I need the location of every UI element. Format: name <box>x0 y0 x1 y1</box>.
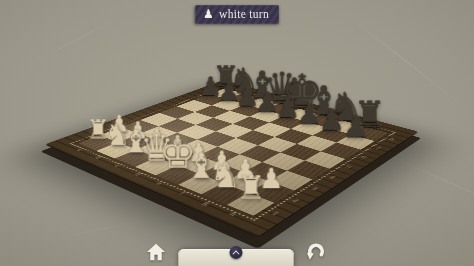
black-pawn-glyph: ♟ <box>318 105 344 135</box>
pieces-layer: ♜♞♝♛♚♝♞♜♟♟♟♟♟♟♟♟♟♟♟♟♟♟♟♟♜♞♝♛♚♝♞♜ <box>78 88 388 215</box>
home-icon <box>147 244 165 260</box>
chess-board-3d: abcdefgh 12345678 ♜♞♝♛♚♝♞♜♟♟♟♟♟♟♟♟♟♟♟♟♟♟… <box>46 80 418 236</box>
chevron-up-icon <box>232 250 239 257</box>
white-rook-glyph: ♜ <box>236 171 265 203</box>
undo-button[interactable] <box>304 240 328 263</box>
black-pawn-glyph: ♟ <box>342 111 369 141</box>
turn-label: white turn <box>219 8 269 20</box>
home-button[interactable] <box>146 243 166 261</box>
turn-indicator-badge: ♟ white turn <box>195 5 279 24</box>
bottom-drawer-tray <box>178 249 294 266</box>
board-3d-scene: abcdefgh 12345678 ♜♞♝♛♚♝♞♜♟♟♟♟♟♟♟♟♟♟♟♟♟♟… <box>0 0 474 266</box>
white-pawn-icon: ♟ <box>203 8 214 20</box>
undo-arrow-icon <box>307 245 322 259</box>
drawer-toggle-button[interactable] <box>230 246 243 259</box>
